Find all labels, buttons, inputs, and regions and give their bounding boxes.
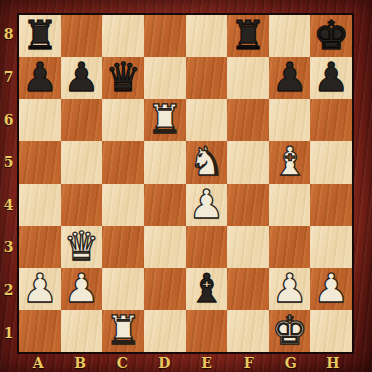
rank-label-1: 1 — [0, 311, 17, 354]
square-f1[interactable] — [227, 310, 269, 352]
square-b2[interactable]: ♟ — [61, 268, 103, 310]
square-h6[interactable] — [310, 99, 352, 141]
white-king-g1[interactable]: ♚ — [272, 310, 308, 350]
file-label-g: G — [270, 354, 312, 372]
white-bishop-g5[interactable]: ♝ — [272, 141, 308, 181]
rank-label-7: 7 — [0, 56, 17, 99]
square-a7[interactable]: ♟ — [19, 57, 61, 99]
black-bishop-e2[interactable]: ♝ — [188, 268, 224, 308]
file-label-a: A — [17, 354, 59, 372]
square-h2[interactable]: ♟ — [310, 268, 352, 310]
white-pawn-e4[interactable]: ♟ — [188, 184, 224, 224]
white-pawn-h2[interactable]: ♟ — [313, 268, 349, 308]
square-g8[interactable] — [269, 15, 311, 57]
rank-label-2: 2 — [0, 269, 17, 312]
square-g6[interactable] — [269, 99, 311, 141]
black-pawn-h7[interactable]: ♟ — [313, 57, 349, 97]
square-a4[interactable] — [19, 184, 61, 226]
square-d5[interactable] — [144, 141, 186, 183]
square-f2[interactable] — [227, 268, 269, 310]
black-king-h8[interactable]: ♚ — [313, 15, 349, 55]
square-a8[interactable]: ♜ — [19, 15, 61, 57]
square-a6[interactable] — [19, 99, 61, 141]
file-label-b: B — [59, 354, 101, 372]
square-c8[interactable] — [102, 15, 144, 57]
square-b5[interactable] — [61, 141, 103, 183]
chess-board-frame: 87654321 ♜♜♚♟♟♛♟♟♜♞♝♟♛♟♟♝♟♟♜♚ ABCDEFGH — [0, 0, 372, 372]
black-pawn-g7[interactable]: ♟ — [272, 57, 308, 97]
square-c6[interactable] — [102, 99, 144, 141]
square-g3[interactable] — [269, 226, 311, 268]
square-g4[interactable] — [269, 184, 311, 226]
square-e3[interactable] — [186, 226, 228, 268]
square-b8[interactable] — [61, 15, 103, 57]
square-e1[interactable] — [186, 310, 228, 352]
square-b6[interactable] — [61, 99, 103, 141]
white-queen-b3[interactable]: ♛ — [64, 226, 100, 266]
square-h5[interactable] — [310, 141, 352, 183]
square-e8[interactable] — [186, 15, 228, 57]
square-e7[interactable] — [186, 57, 228, 99]
white-pawn-b2[interactable]: ♟ — [64, 268, 100, 308]
square-f3[interactable] — [227, 226, 269, 268]
black-pawn-b7[interactable]: ♟ — [64, 57, 100, 97]
square-g7[interactable]: ♟ — [269, 57, 311, 99]
square-a2[interactable]: ♟ — [19, 268, 61, 310]
rank-label-4: 4 — [0, 184, 17, 227]
file-label-e: E — [186, 354, 228, 372]
square-b1[interactable] — [61, 310, 103, 352]
square-c7[interactable]: ♛ — [102, 57, 144, 99]
square-d6[interactable]: ♜ — [144, 99, 186, 141]
file-label-f: F — [228, 354, 270, 372]
white-rook-d6[interactable]: ♜ — [147, 99, 183, 139]
square-f6[interactable] — [227, 99, 269, 141]
square-h8[interactable]: ♚ — [310, 15, 352, 57]
file-labels: ABCDEFGH — [17, 354, 354, 372]
white-rook-c1[interactable]: ♜ — [105, 310, 141, 350]
square-c3[interactable] — [102, 226, 144, 268]
square-a3[interactable] — [19, 226, 61, 268]
square-f8[interactable]: ♜ — [227, 15, 269, 57]
rank-label-6: 6 — [0, 98, 17, 141]
square-b4[interactable] — [61, 184, 103, 226]
chess-board: ♜♜♚♟♟♛♟♟♜♞♝♟♛♟♟♝♟♟♜♚ — [17, 13, 354, 354]
file-label-c: C — [101, 354, 143, 372]
black-rook-f8[interactable]: ♜ — [230, 15, 266, 55]
square-a1[interactable] — [19, 310, 61, 352]
white-pawn-a2[interactable]: ♟ — [22, 268, 58, 308]
black-rook-a8[interactable]: ♜ — [22, 15, 58, 55]
square-b3[interactable]: ♛ — [61, 226, 103, 268]
square-d1[interactable] — [144, 310, 186, 352]
square-e2[interactable]: ♝ — [186, 268, 228, 310]
square-h7[interactable]: ♟ — [310, 57, 352, 99]
square-e6[interactable] — [186, 99, 228, 141]
square-d8[interactable] — [144, 15, 186, 57]
square-e5[interactable]: ♞ — [186, 141, 228, 183]
square-d2[interactable] — [144, 268, 186, 310]
square-h4[interactable] — [310, 184, 352, 226]
file-label-h: H — [312, 354, 354, 372]
square-g1[interactable]: ♚ — [269, 310, 311, 352]
square-d7[interactable] — [144, 57, 186, 99]
square-c5[interactable] — [102, 141, 144, 183]
square-d4[interactable] — [144, 184, 186, 226]
square-h3[interactable] — [310, 226, 352, 268]
square-e4[interactable]: ♟ — [186, 184, 228, 226]
square-c1[interactable]: ♜ — [102, 310, 144, 352]
square-d3[interactable] — [144, 226, 186, 268]
rank-label-3: 3 — [0, 226, 17, 269]
file-label-d: D — [143, 354, 185, 372]
black-pawn-a7[interactable]: ♟ — [22, 57, 58, 97]
rank-label-8: 8 — [0, 13, 17, 56]
square-f4[interactable] — [227, 184, 269, 226]
rank-labels: 87654321 — [0, 13, 17, 354]
square-c2[interactable] — [102, 268, 144, 310]
square-f7[interactable] — [227, 57, 269, 99]
white-pawn-g2[interactable]: ♟ — [272, 268, 308, 308]
square-a5[interactable] — [19, 141, 61, 183]
rank-label-5: 5 — [0, 141, 17, 184]
black-queen-c7[interactable]: ♛ — [105, 57, 141, 97]
square-h1[interactable] — [310, 310, 352, 352]
square-g5[interactable]: ♝ — [269, 141, 311, 183]
square-g2[interactable]: ♟ — [269, 268, 311, 310]
square-f5[interactable] — [227, 141, 269, 183]
square-b7[interactable]: ♟ — [61, 57, 103, 99]
square-c4[interactable] — [102, 184, 144, 226]
white-knight-e5[interactable]: ♞ — [188, 141, 224, 181]
